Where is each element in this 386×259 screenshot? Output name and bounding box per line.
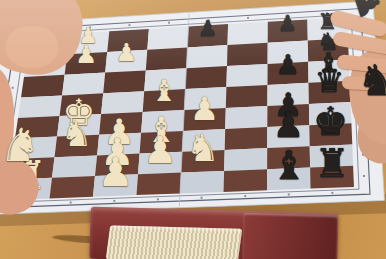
square-a6 <box>228 22 268 45</box>
square-e8 <box>309 102 352 125</box>
square-b6 <box>227 43 268 66</box>
square-f1 <box>12 137 57 159</box>
square-h7 <box>267 168 311 191</box>
square-f5 <box>182 129 225 152</box>
square-d7 <box>267 83 309 106</box>
square-f7 <box>267 125 310 148</box>
square-g3 <box>95 154 140 177</box>
square-c2 <box>62 73 105 96</box>
square-g2 <box>52 155 97 177</box>
square-c5 <box>185 66 227 89</box>
square-g6 <box>224 148 267 171</box>
square-h3 <box>93 174 138 197</box>
square-h2 <box>50 176 96 198</box>
box-pleated-insert <box>106 225 242 259</box>
right-border-tick <box>363 175 365 177</box>
square-b7 <box>268 41 309 64</box>
square-b5 <box>186 45 227 68</box>
hand-top-left-knuckle <box>6 26 58 68</box>
square-g8 <box>310 145 353 168</box>
square-h4 <box>137 173 182 196</box>
far-border-tick <box>326 12 328 14</box>
square-e3 <box>99 112 143 135</box>
near-border-tick <box>113 200 115 202</box>
square-a4 <box>147 27 188 50</box>
square-g5 <box>181 150 225 173</box>
square-d6 <box>226 85 268 108</box>
photo-scene: ♜♟♟♟♜♟♟♞♟♝♝♛♚♟♟♞♟♝♟♚♟♟♞♜♟♝♜ ♞ ♞♟ <box>0 0 386 259</box>
square-e1 <box>15 116 60 139</box>
box-lid <box>242 213 337 259</box>
far-border-tick <box>247 17 249 19</box>
far-border-tick <box>287 14 289 16</box>
far-border-tick <box>89 26 91 28</box>
near-border-tick <box>201 197 203 199</box>
near-border-tick <box>288 194 290 196</box>
near-border-tick <box>331 192 333 194</box>
square-g7 <box>267 146 310 169</box>
square-d5 <box>184 87 226 110</box>
far-border-tick <box>168 22 170 24</box>
square-d1 <box>18 95 62 118</box>
square-f6 <box>225 127 268 150</box>
square-c7 <box>268 62 309 85</box>
square-c6 <box>226 64 267 87</box>
square-f3 <box>97 133 141 156</box>
square-e2 <box>57 114 101 137</box>
square-f4 <box>140 131 184 154</box>
square-d4 <box>143 89 186 112</box>
square-a5 <box>187 24 228 47</box>
square-h5 <box>180 171 224 194</box>
square-f2 <box>55 135 100 158</box>
square-b4 <box>146 47 188 70</box>
square-c4 <box>144 68 186 91</box>
square-h8 <box>310 166 354 189</box>
square-a3 <box>107 29 149 52</box>
near-border-tick <box>70 202 72 204</box>
square-d2 <box>60 93 104 116</box>
square-e5 <box>183 108 226 131</box>
left-border-tick <box>12 87 14 89</box>
square-e4 <box>141 110 184 133</box>
square-f8 <box>309 123 352 146</box>
near-border-tick <box>157 198 159 200</box>
far-border-tick <box>208 19 210 21</box>
square-b3 <box>105 50 147 73</box>
square-c3 <box>103 70 146 93</box>
square-d3 <box>101 91 144 114</box>
square-e7 <box>267 104 309 127</box>
square-h6 <box>224 169 268 192</box>
square-e6 <box>225 106 267 129</box>
square-g4 <box>138 152 182 175</box>
square-a7 <box>268 19 308 42</box>
far-border-tick <box>128 24 130 26</box>
hand-right-finger-4 <box>342 76 386 91</box>
near-border-tick <box>244 195 246 197</box>
square-c1 <box>21 75 65 98</box>
